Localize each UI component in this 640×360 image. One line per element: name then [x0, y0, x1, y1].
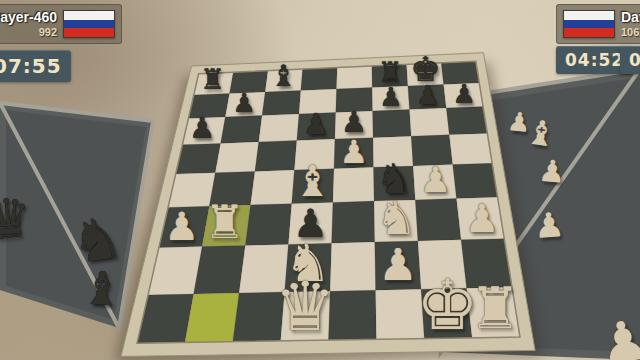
- square-c4[interactable]: [251, 170, 295, 205]
- piece-black-pawn-b7[interactable]: ♟: [233, 90, 256, 116]
- square-c5[interactable]: [255, 141, 297, 172]
- square-e2[interactable]: [330, 242, 376, 291]
- square-e3[interactable]: [332, 201, 375, 243]
- piece-white-pawn-h3[interactable]: ♟: [464, 199, 499, 238]
- player-name-left: Player-460: [0, 10, 57, 25]
- captured-white-bishop[interactable]: ♝: [524, 114, 559, 152]
- piece-black-pawn-f7[interactable]: ♟: [379, 84, 402, 110]
- piece-white-queen-d1[interactable]: ♛: [275, 274, 336, 342]
- square-b6[interactable]: [221, 116, 263, 144]
- square-c7[interactable]: [262, 91, 301, 116]
- square-g6[interactable]: [410, 108, 450, 136]
- square-c6[interactable]: [259, 114, 299, 142]
- square-a5[interactable]: [176, 143, 221, 174]
- captured-black-bishop[interactable]: ♝: [80, 264, 124, 312]
- square-b2[interactable]: [194, 246, 246, 295]
- piece-black-pawn-h7[interactable]: ♟: [453, 81, 476, 107]
- piece-black-rook-a8[interactable]: ♜: [200, 66, 225, 94]
- captured-white-pawn[interactable]: ♟: [537, 155, 566, 187]
- clock-left-player: 07:55: [0, 50, 71, 82]
- square-h5[interactable]: [449, 133, 492, 164]
- piece-white-pawn-e5[interactable]: ♟: [339, 135, 368, 167]
- player-panel-left: Player-460 992: [0, 4, 122, 44]
- piece-white-bishop-d4[interactable]: ♝: [293, 160, 331, 203]
- player-rating-left: 992: [39, 26, 57, 38]
- piece-white-rook-b3[interactable]: ♜: [204, 200, 245, 246]
- player-rating-right: 1062: [621, 26, 640, 38]
- piece-white-rook-h1[interactable]: ♜: [469, 280, 520, 337]
- square-d8[interactable]: [301, 68, 337, 91]
- square-e8[interactable]: [337, 66, 373, 89]
- square-e4[interactable]: [333, 167, 374, 202]
- square-h6[interactable]: [446, 107, 487, 135]
- piece-black-pawn-g7[interactable]: ♟: [416, 82, 439, 108]
- player-name-right: Dav: [621, 10, 640, 25]
- game-screen: ♛♞♝♜♝♜♚♟♟♟♟♟♟♟♟♝♞♟♟♜♟♞♟♞♟♛♚♜♟♝♟♟♟ Player…: [0, 0, 640, 360]
- square-b1[interactable]: [185, 293, 239, 342]
- piece-black-pawn-d6[interactable]: ♟: [303, 110, 329, 139]
- square-g3[interactable]: [415, 199, 461, 241]
- square-e1[interactable]: [329, 290, 377, 340]
- captured-black-queen[interactable]: ♛: [0, 190, 35, 249]
- square-h4[interactable]: [453, 163, 498, 198]
- captured-white-pawn[interactable]: ♟: [533, 207, 566, 243]
- russia-flag-right: [563, 10, 615, 38]
- piece-white-pawn-f2[interactable]: ♟: [378, 244, 417, 288]
- piece-white-knight-f3[interactable]: ♞: [375, 195, 416, 241]
- piece-white-pawn-g4[interactable]: ♟: [420, 163, 451, 198]
- piece-black-pawn-a6[interactable]: ♟: [189, 115, 215, 144]
- piece-black-bishop-c8[interactable]: ♝: [270, 62, 296, 91]
- russia-flag-left: [63, 10, 115, 38]
- piece-white-pawn-a3[interactable]: ♟: [164, 207, 199, 246]
- clock-right-move-timer: 0: [620, 46, 640, 74]
- player-panel-right: Dav 1062: [556, 4, 640, 44]
- square-f6[interactable]: [373, 110, 412, 138]
- square-b5[interactable]: [215, 142, 258, 173]
- captured-white-pawn[interactable]: ♟: [594, 311, 640, 360]
